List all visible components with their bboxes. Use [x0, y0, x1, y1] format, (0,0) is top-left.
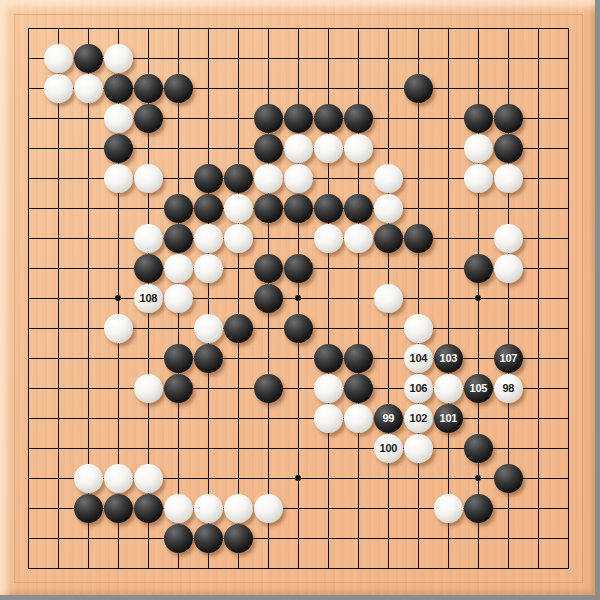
black-stone [344, 104, 373, 133]
black-stone [254, 134, 283, 163]
black-stone [284, 104, 313, 133]
black-stone [164, 194, 193, 223]
white-stone [494, 164, 523, 193]
black-stone [164, 74, 193, 103]
white-stone [164, 284, 193, 313]
black-stone [164, 224, 193, 253]
white-stone [254, 164, 283, 193]
star-point [475, 295, 481, 301]
move-number-label: 106 [410, 383, 427, 394]
white-stone [494, 254, 523, 283]
black-stone [194, 194, 223, 223]
white-stone [104, 44, 133, 73]
black-stone [464, 104, 493, 133]
move-number-label: 105 [470, 383, 487, 394]
white-stone [194, 254, 223, 283]
white-stone [134, 164, 163, 193]
grid-line-horizontal [28, 418, 570, 420]
black-stone: 103 [434, 344, 463, 373]
star-point [295, 295, 301, 301]
grid-line-horizontal [28, 358, 570, 360]
black-stone [284, 194, 313, 223]
black-stone [254, 194, 283, 223]
white-stone [494, 224, 523, 253]
black-stone [194, 344, 223, 373]
grid-line-vertical [418, 28, 420, 570]
black-stone [314, 104, 343, 133]
black-stone [134, 74, 163, 103]
star-point [475, 475, 481, 481]
white-stone: 106 [404, 374, 433, 403]
move-number-label: 101 [440, 413, 457, 424]
white-stone [344, 404, 373, 433]
black-stone [224, 164, 253, 193]
black-stone [134, 254, 163, 283]
white-stone [194, 314, 223, 343]
black-stone [494, 104, 523, 133]
white-stone [314, 404, 343, 433]
go-diagram: 1081041031071061059899102101100 [0, 0, 600, 600]
grid-line-horizontal [28, 538, 570, 540]
move-number-label: 104 [410, 353, 427, 364]
white-stone [74, 74, 103, 103]
white-stone [134, 224, 163, 253]
black-stone [224, 314, 253, 343]
white-stone: 100 [374, 434, 403, 463]
move-number-label: 103 [440, 353, 457, 364]
black-stone [194, 164, 223, 193]
black-stone [404, 74, 433, 103]
black-stone: 107 [494, 344, 523, 373]
white-stone [464, 164, 493, 193]
white-stone [164, 254, 193, 283]
white-stone [374, 284, 403, 313]
white-stone [374, 194, 403, 223]
white-stone [104, 464, 133, 493]
white-stone [434, 494, 463, 523]
move-number-label: 108 [140, 293, 157, 304]
black-stone [374, 224, 403, 253]
grid-line-vertical [538, 28, 540, 570]
white-stone [44, 74, 73, 103]
white-stone [194, 494, 223, 523]
move-number-label: 102 [410, 413, 427, 424]
black-stone: 101 [434, 404, 463, 433]
black-stone: 105 [464, 374, 493, 403]
black-stone [254, 284, 283, 313]
black-stone [104, 134, 133, 163]
move-number-label: 107 [500, 353, 517, 364]
white-stone [224, 224, 253, 253]
white-stone: 108 [134, 284, 163, 313]
white-stone [134, 374, 163, 403]
black-stone [464, 254, 493, 283]
white-stone [224, 494, 253, 523]
black-stone: 99 [374, 404, 403, 433]
black-stone [404, 224, 433, 253]
white-stone [314, 374, 343, 403]
black-stone [284, 314, 313, 343]
star-point [295, 475, 301, 481]
white-stone [74, 464, 103, 493]
white-stone [434, 374, 463, 403]
black-stone [314, 194, 343, 223]
black-stone [254, 254, 283, 283]
white-stone: 104 [404, 344, 433, 373]
move-number-label: 99 [382, 413, 394, 424]
black-stone [344, 344, 373, 373]
white-stone [284, 134, 313, 163]
grid-line-vertical [568, 28, 570, 570]
white-stone [404, 314, 433, 343]
black-stone [164, 344, 193, 373]
black-stone [344, 374, 373, 403]
black-stone [74, 44, 103, 73]
white-stone [404, 434, 433, 463]
black-stone [134, 494, 163, 523]
white-stone [104, 104, 133, 133]
white-stone [344, 134, 373, 163]
black-stone [494, 464, 523, 493]
black-stone [314, 344, 343, 373]
black-stone [494, 134, 523, 163]
white-stone [464, 134, 493, 163]
black-stone [104, 74, 133, 103]
move-number-label: 100 [380, 443, 397, 454]
move-number-label: 98 [502, 383, 514, 394]
white-stone [344, 224, 373, 253]
black-stone [134, 104, 163, 133]
black-stone [464, 434, 493, 463]
goban-frame: 1081041031071061059899102101100 [0, 0, 600, 600]
grid-line-vertical [448, 28, 450, 570]
black-stone [344, 194, 373, 223]
white-stone [194, 224, 223, 253]
star-point [115, 295, 121, 301]
white-stone [104, 314, 133, 343]
black-stone [464, 494, 493, 523]
grid-line-horizontal [28, 568, 570, 570]
black-stone [284, 254, 313, 283]
white-stone: 102 [404, 404, 433, 433]
black-stone [164, 374, 193, 403]
white-stone [104, 164, 133, 193]
white-stone: 98 [494, 374, 523, 403]
white-stone [374, 164, 403, 193]
black-stone [254, 374, 283, 403]
black-stone [74, 494, 103, 523]
black-stone [224, 524, 253, 553]
black-stone [194, 524, 223, 553]
white-stone [44, 44, 73, 73]
white-stone [314, 134, 343, 163]
white-stone [134, 464, 163, 493]
black-stone [104, 494, 133, 523]
white-stone [314, 224, 343, 253]
white-stone [224, 194, 253, 223]
white-stone [284, 164, 313, 193]
white-stone [164, 494, 193, 523]
black-stone [254, 104, 283, 133]
black-stone [164, 524, 193, 553]
white-stone [254, 494, 283, 523]
